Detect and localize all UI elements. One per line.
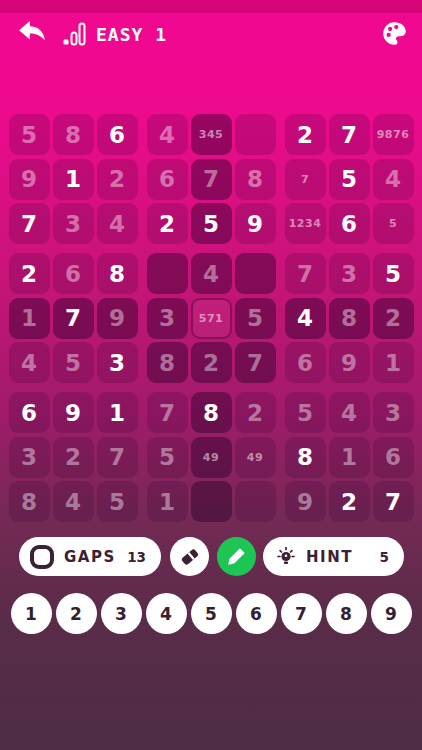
cell-r9c8[interactable]: 2 [329,481,370,522]
cell-r7c5[interactable]: 8 [191,392,232,433]
numpad-8[interactable]: 8 [326,593,367,634]
cell-r6c3[interactable]: 3 [97,342,138,383]
cell-r2c9[interactable]: 4 [373,159,414,200]
cell-r8c6[interactable]: 49 [235,437,276,478]
pencil-icon [225,545,248,568]
cell-r5c6[interactable]: 5 [235,298,276,339]
cell-r9c7[interactable]: 9 [285,481,326,522]
cell-r5c9[interactable]: 2 [373,298,414,339]
ring-icon [30,545,54,569]
cell-r8c5[interactable]: 49 [191,437,232,478]
cell-r4c1[interactable]: 2 [9,253,50,294]
cell-r7c4[interactable]: 7 [147,392,188,433]
cell-r1c7[interactable]: 2 [285,114,326,155]
cell-r4c8[interactable]: 3 [329,253,370,294]
cell-r6c6[interactable]: 7 [235,342,276,383]
cell-r3c9[interactable]: 5 [373,203,414,244]
cell-r2c7[interactable]: 7 [285,159,326,200]
cell-r3c1[interactable]: 7 [9,203,50,244]
numpad-6[interactable]: 6 [236,593,277,634]
numpad-4[interactable]: 4 [146,593,187,634]
gaps-label: GAPS [64,548,116,566]
cell-r8c2[interactable]: 2 [53,437,94,478]
cell-r6c7[interactable]: 6 [285,342,326,383]
gaps-count: 13 [127,549,146,565]
cell-r1c4[interactable]: 4 [147,114,188,155]
cell-r4c2[interactable]: 6 [53,253,94,294]
cell-r2c6[interactable]: 8 [235,159,276,200]
cell-r9c1[interactable]: 8 [9,481,50,522]
cell-r8c8[interactable]: 1 [329,437,370,478]
hint-count: 5 [380,549,389,565]
cell-r7c2[interactable]: 9 [53,392,94,433]
cell-r5c1[interactable]: 1 [9,298,50,339]
cell-r8c3[interactable]: 7 [97,437,138,478]
cell-r3c8[interactable]: 6 [329,203,370,244]
cell-r7c9[interactable]: 3 [373,392,414,433]
cell-r2c5[interactable]: 7 [191,159,232,200]
cell-r6c9[interactable]: 1 [373,342,414,383]
cell-r9c2[interactable]: 4 [53,481,94,522]
cell-r1c5[interactable]: 345 [191,114,232,155]
cell-r2c2[interactable]: 1 [53,159,94,200]
hint-label: HINT [306,548,353,566]
cell-r1c8[interactable]: 7 [329,114,370,155]
cell-r3c5[interactable]: 5 [191,203,232,244]
numpad-1[interactable]: 1 [11,593,52,634]
eraser-button[interactable] [170,537,209,576]
gaps-button[interactable]: GAPS 13 [19,537,161,576]
cell-r9c3[interactable]: 5 [97,481,138,522]
cell-r5c5[interactable]: 571 [191,298,232,339]
cell-r3c6[interactable]: 9 [235,203,276,244]
eraser-icon [178,545,201,568]
cell-r2c8[interactable]: 5 [329,159,370,200]
lightbulb-icon [274,545,298,569]
cell-r4c5[interactable]: 4 [191,253,232,294]
cell-r3c2[interactable]: 3 [53,203,94,244]
cell-r9c6[interactable] [235,481,276,522]
cell-r3c7[interactable]: 1234 [285,203,326,244]
numpad-5[interactable]: 5 [191,593,232,634]
cell-r3c4[interactable]: 2 [147,203,188,244]
cell-r7c7[interactable]: 5 [285,392,326,433]
cell-r8c9[interactable]: 6 [373,437,414,478]
cell-r2c4[interactable]: 6 [147,159,188,200]
sudoku-board: 5864345279876912678754734259123465268473… [0,0,422,530]
cell-r8c4[interactable]: 5 [147,437,188,478]
cell-r8c1[interactable]: 3 [9,437,50,478]
hint-button[interactable]: HINT 5 [263,537,404,576]
cell-r6c2[interactable]: 5 [53,342,94,383]
cell-r7c6[interactable]: 2 [235,392,276,433]
cell-r1c6[interactable] [235,114,276,155]
cell-r3c3[interactable]: 4 [97,203,138,244]
cell-r4c9[interactable]: 5 [373,253,414,294]
cell-r7c8[interactable]: 4 [329,392,370,433]
numpad-3[interactable]: 3 [101,593,142,634]
cell-r5c2[interactable]: 7 [53,298,94,339]
cell-r7c3[interactable]: 1 [97,392,138,433]
cell-r5c4[interactable]: 3 [147,298,188,339]
cell-r5c8[interactable]: 8 [329,298,370,339]
cell-r9c4[interactable]: 1 [147,481,188,522]
cell-r2c1[interactable]: 9 [9,159,50,200]
cell-r2c3[interactable]: 2 [97,159,138,200]
numpad-2[interactable]: 2 [56,593,97,634]
cell-r1c3[interactable]: 6 [97,114,138,155]
cell-r4c3[interactable]: 8 [97,253,138,294]
cell-r9c5[interactable] [191,481,232,522]
cell-r8c7[interactable]: 8 [285,437,326,478]
cell-r6c8[interactable]: 9 [329,342,370,383]
cell-r4c4[interactable] [147,253,188,294]
cell-r1c2[interactable]: 8 [53,114,94,155]
cell-r1c1[interactable]: 5 [9,114,50,155]
notes-pencil-button[interactable] [217,537,256,576]
numpad-9[interactable]: 9 [371,593,412,634]
cell-r9c9[interactable]: 7 [373,481,414,522]
numpad: 123456789 [0,593,422,634]
cell-r6c5[interactable]: 2 [191,342,232,383]
cell-r6c1[interactable]: 4 [9,342,50,383]
cell-r1c9[interactable]: 9876 [373,114,414,155]
cell-r5c3[interactable]: 9 [97,298,138,339]
cell-r6c4[interactable]: 8 [147,342,188,383]
cell-r7c1[interactable]: 6 [9,392,50,433]
cell-r4c6[interactable] [235,253,276,294]
numpad-7[interactable]: 7 [281,593,322,634]
cell-r5c7[interactable]: 4 [285,298,326,339]
cell-r4c7[interactable]: 7 [285,253,326,294]
